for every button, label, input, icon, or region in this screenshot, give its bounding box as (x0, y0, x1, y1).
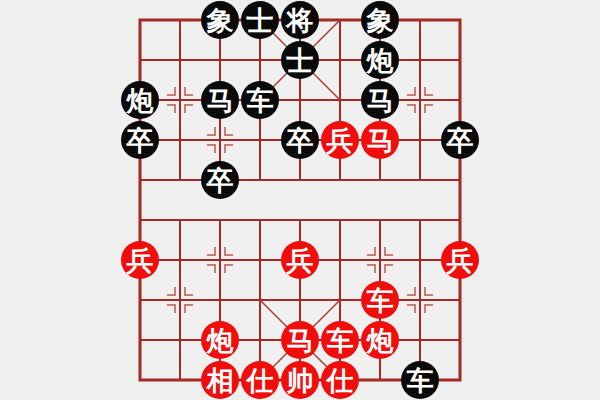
piece-red-chariot[interactable]: 车 (361, 281, 399, 319)
piece-red-cannon[interactable]: 炮 (361, 321, 399, 359)
piece-black-soldier[interactable]: 卒 (281, 121, 319, 159)
piece-black-soldier[interactable]: 卒 (441, 121, 479, 159)
piece-red-elephant[interactable]: 相 (201, 361, 239, 399)
piece-red-soldier[interactable]: 兵 (321, 121, 359, 159)
pieces-layer: 象士将象士炮炮马车马卒卒兵马卒卒兵兵兵车炮马车炮相仕帅仕车 (0, 0, 600, 400)
piece-black-advisor[interactable]: 士 (241, 1, 279, 39)
piece-black-elephant[interactable]: 象 (201, 1, 239, 39)
piece-black-chariot[interactable]: 车 (401, 361, 439, 399)
piece-red-horse[interactable]: 马 (361, 121, 399, 159)
piece-red-soldier[interactable]: 兵 (121, 241, 159, 279)
piece-red-general[interactable]: 帅 (281, 361, 319, 399)
piece-black-chariot[interactable]: 车 (241, 81, 279, 119)
piece-black-elephant[interactable]: 象 (361, 1, 399, 39)
piece-black-cannon[interactable]: 炮 (121, 81, 159, 119)
piece-black-soldier[interactable]: 卒 (121, 121, 159, 159)
piece-black-soldier[interactable]: 卒 (201, 161, 239, 199)
piece-black-horse[interactable]: 马 (361, 81, 399, 119)
piece-red-soldier[interactable]: 兵 (441, 241, 479, 279)
piece-red-chariot[interactable]: 车 (321, 321, 359, 359)
piece-black-cannon[interactable]: 炮 (361, 41, 399, 79)
piece-black-general[interactable]: 将 (281, 1, 319, 39)
piece-red-horse[interactable]: 马 (281, 321, 319, 359)
piece-red-cannon[interactable]: 炮 (201, 321, 239, 359)
piece-black-horse[interactable]: 马 (201, 81, 239, 119)
xiangqi-app: 象士将象士炮炮马车马卒卒兵马卒卒兵兵兵车炮马车炮相仕帅仕车 (0, 0, 600, 400)
piece-red-advisor[interactable]: 仕 (321, 361, 359, 399)
piece-red-advisor[interactable]: 仕 (241, 361, 279, 399)
piece-red-soldier[interactable]: 兵 (281, 241, 319, 279)
piece-black-advisor[interactable]: 士 (281, 41, 319, 79)
